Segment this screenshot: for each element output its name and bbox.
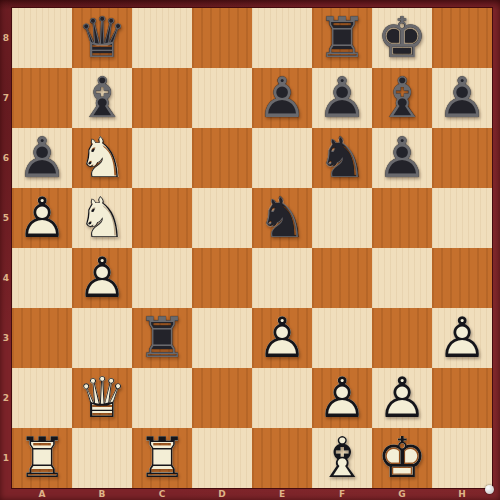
piece-outline-glyph: ♙ (12, 128, 72, 188)
square-c6[interactable] (132, 128, 192, 188)
square-a6[interactable]: ♟♙ (12, 128, 72, 188)
black-pawn[interactable]: ♟♙ (372, 128, 432, 188)
black-bishop[interactable]: ♝♗ (372, 68, 432, 128)
file-label-e: E (252, 488, 312, 500)
black-pawn[interactable]: ♟♙ (432, 68, 492, 128)
square-b5[interactable]: ♞♘ (72, 188, 132, 248)
square-g3[interactable] (372, 308, 432, 368)
square-a5[interactable]: ♟♙ (12, 188, 72, 248)
square-c1[interactable]: ♜♖ (132, 428, 192, 488)
piece-outline-glyph: ♙ (372, 128, 432, 188)
square-g4[interactable] (372, 248, 432, 308)
square-a1[interactable]: ♜♖ (12, 428, 72, 488)
square-c4[interactable] (132, 248, 192, 308)
white-rook[interactable]: ♜♖ (12, 428, 72, 488)
white-pawn[interactable]: ♟♙ (372, 368, 432, 428)
square-b8[interactable]: ♛♕ (72, 8, 132, 68)
square-b3[interactable] (72, 308, 132, 368)
file-label-h: H (432, 488, 492, 500)
piece-outline-glyph: ♔ (372, 8, 432, 68)
black-pawn[interactable]: ♟♙ (312, 68, 372, 128)
white-pawn[interactable]: ♟♙ (432, 308, 492, 368)
square-c2[interactable] (132, 368, 192, 428)
piece-outline-glyph: ♘ (312, 128, 372, 188)
black-knight[interactable]: ♞♘ (312, 128, 372, 188)
piece-outline-glyph: ♙ (312, 68, 372, 128)
rank-label-6: 6 (0, 128, 12, 188)
square-c7[interactable] (132, 68, 192, 128)
square-a8[interactable] (12, 8, 72, 68)
black-knight[interactable]: ♞♘ (252, 188, 312, 248)
square-f8[interactable]: ♜♖ (312, 8, 372, 68)
piece-outline-glyph: ♗ (372, 68, 432, 128)
black-rook[interactable]: ♜♖ (132, 308, 192, 368)
square-a4[interactable] (12, 248, 72, 308)
square-d6[interactable] (192, 128, 252, 188)
file-label-f: F (312, 488, 372, 500)
piece-outline-glyph: ♗ (312, 428, 372, 488)
white-knight[interactable]: ♞♘ (72, 128, 132, 188)
white-to-move-indicator (485, 485, 494, 494)
square-b4[interactable]: ♟♙ (72, 248, 132, 308)
square-h4[interactable] (432, 248, 492, 308)
square-h1[interactable] (432, 428, 492, 488)
rank-label-8: 8 (0, 8, 12, 68)
square-g1[interactable]: ♚♔ (372, 428, 432, 488)
square-a7[interactable] (12, 68, 72, 128)
square-b6[interactable]: ♞♘ (72, 128, 132, 188)
piece-outline-glyph: ♔ (372, 428, 432, 488)
file-label-b: B (72, 488, 132, 500)
square-f5[interactable] (312, 188, 372, 248)
file-label-d: D (192, 488, 252, 500)
square-d1[interactable] (192, 428, 252, 488)
rank-label-2: 2 (0, 368, 12, 428)
piece-outline-glyph: ♖ (12, 428, 72, 488)
square-f2[interactable]: ♟♙ (312, 368, 372, 428)
rank-labels: 87654321 (0, 8, 12, 488)
black-king[interactable]: ♚♔ (372, 8, 432, 68)
file-label-c: C (132, 488, 192, 500)
square-f3[interactable] (312, 308, 372, 368)
piece-outline-glyph: ♘ (252, 188, 312, 248)
piece-outline-glyph: ♙ (432, 308, 492, 368)
rank-label-7: 7 (0, 68, 12, 128)
square-d2[interactable] (192, 368, 252, 428)
square-h7[interactable]: ♟♙ (432, 68, 492, 128)
square-e1[interactable] (252, 428, 312, 488)
square-e3[interactable]: ♟♙ (252, 308, 312, 368)
square-f7[interactable]: ♟♙ (312, 68, 372, 128)
piece-outline-glyph: ♗ (72, 68, 132, 128)
square-f1[interactable]: ♝♗ (312, 428, 372, 488)
square-c3[interactable]: ♜♖ (132, 308, 192, 368)
piece-outline-glyph: ♙ (72, 248, 132, 308)
piece-outline-glyph: ♘ (72, 188, 132, 248)
square-b1[interactable] (72, 428, 132, 488)
square-d7[interactable] (192, 68, 252, 128)
white-pawn[interactable]: ♟♙ (12, 188, 72, 248)
black-queen[interactable]: ♛♕ (72, 8, 132, 68)
white-queen[interactable]: ♛♕ (72, 368, 132, 428)
rank-label-1: 1 (0, 428, 12, 488)
square-e8[interactable] (252, 8, 312, 68)
white-king[interactable]: ♚♔ (372, 428, 432, 488)
black-pawn[interactable]: ♟♙ (252, 68, 312, 128)
piece-outline-glyph: ♘ (72, 128, 132, 188)
square-h8[interactable] (432, 8, 492, 68)
square-d3[interactable] (192, 308, 252, 368)
white-knight[interactable]: ♞♘ (72, 188, 132, 248)
file-labels: ABCDEFGH (12, 488, 492, 500)
rank-label-3: 3 (0, 308, 12, 368)
white-rook[interactable]: ♜♖ (132, 428, 192, 488)
square-h3[interactable]: ♟♙ (432, 308, 492, 368)
chess-board: ♛♕♜♖♚♔♝♗♟♙♟♙♝♗♟♙♟♙♞♘♞♘♟♙♟♙♞♘♞♘♟♙♜♖♟♙♟♙♛♕… (12, 8, 492, 488)
square-e2[interactable] (252, 368, 312, 428)
square-c8[interactable] (132, 8, 192, 68)
file-label-g: G (372, 488, 432, 500)
square-g6[interactable]: ♟♙ (372, 128, 432, 188)
square-e6[interactable] (252, 128, 312, 188)
square-e4[interactable] (252, 248, 312, 308)
square-b7[interactable]: ♝♗ (72, 68, 132, 128)
square-c5[interactable] (132, 188, 192, 248)
piece-outline-glyph: ♕ (72, 368, 132, 428)
square-h5[interactable] (432, 188, 492, 248)
piece-outline-glyph: ♖ (312, 8, 372, 68)
rank-label-4: 4 (0, 248, 12, 308)
white-pawn[interactable]: ♟♙ (312, 368, 372, 428)
square-g7[interactable]: ♝♗ (372, 68, 432, 128)
white-pawn[interactable]: ♟♙ (252, 308, 312, 368)
piece-outline-glyph: ♖ (132, 308, 192, 368)
square-d5[interactable] (192, 188, 252, 248)
black-pawn[interactable]: ♟♙ (12, 128, 72, 188)
white-pawn[interactable]: ♟♙ (72, 248, 132, 308)
square-b2[interactable]: ♛♕ (72, 368, 132, 428)
piece-outline-glyph: ♙ (432, 68, 492, 128)
square-a3[interactable] (12, 308, 72, 368)
square-g2[interactable]: ♟♙ (372, 368, 432, 428)
square-g5[interactable] (372, 188, 432, 248)
piece-outline-glyph: ♙ (252, 308, 312, 368)
piece-outline-glyph: ♙ (12, 188, 72, 248)
square-e5[interactable]: ♞♘ (252, 188, 312, 248)
black-bishop[interactable]: ♝♗ (72, 68, 132, 128)
square-h2[interactable] (432, 368, 492, 428)
square-d8[interactable] (192, 8, 252, 68)
piece-outline-glyph: ♖ (132, 428, 192, 488)
square-f6[interactable]: ♞♘ (312, 128, 372, 188)
black-rook[interactable]: ♜♖ (312, 8, 372, 68)
square-d4[interactable] (192, 248, 252, 308)
file-label-a: A (12, 488, 72, 500)
square-f4[interactable] (312, 248, 372, 308)
piece-outline-glyph: ♙ (312, 368, 372, 428)
white-bishop[interactable]: ♝♗ (312, 428, 372, 488)
square-e7[interactable]: ♟♙ (252, 68, 312, 128)
piece-outline-glyph: ♙ (372, 368, 432, 428)
square-a2[interactable] (12, 368, 72, 428)
square-h6[interactable] (432, 128, 492, 188)
board-frame: ♛♕♜♖♚♔♝♗♟♙♟♙♝♗♟♙♟♙♞♘♞♘♟♙♟♙♞♘♞♘♟♙♜♖♟♙♟♙♛♕… (0, 0, 500, 500)
square-g8[interactable]: ♚♔ (372, 8, 432, 68)
rank-label-5: 5 (0, 188, 12, 248)
piece-outline-glyph: ♙ (252, 68, 312, 128)
piece-outline-glyph: ♕ (72, 8, 132, 68)
